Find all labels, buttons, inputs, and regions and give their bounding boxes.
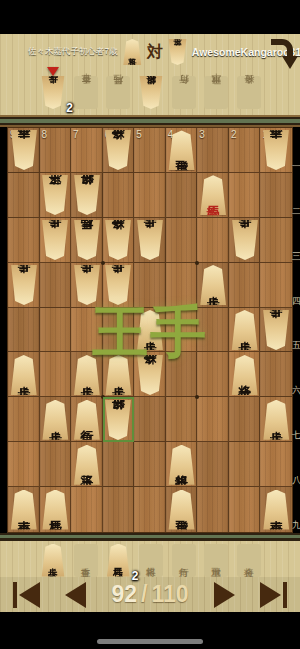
sente-hand-slot[interactable]: 歩兵 bbox=[40, 542, 66, 578]
exit-arrow-icon bbox=[266, 38, 298, 72]
gote-hand-slot[interactable]: 香車 bbox=[73, 74, 99, 110]
gote-hand-slot[interactable]: 飛車 bbox=[203, 74, 229, 110]
board-cell[interactable] bbox=[103, 487, 135, 532]
exit-button[interactable] bbox=[266, 38, 298, 72]
board-cell[interactable] bbox=[134, 442, 166, 487]
rank-label: 八 bbox=[292, 474, 300, 487]
board-cell[interactable] bbox=[166, 263, 198, 308]
board-cell[interactable] bbox=[166, 173, 198, 218]
board-cell[interactable] bbox=[229, 397, 261, 442]
hand-piece-held[interactable]: 歩兵 bbox=[41, 544, 65, 577]
move-counter-separator: / bbox=[141, 581, 147, 608]
board-cell[interactable] bbox=[166, 308, 198, 353]
first-move-button[interactable] bbox=[13, 582, 40, 608]
board-cell[interactable] bbox=[8, 397, 40, 442]
last-move-bar-icon bbox=[283, 582, 287, 608]
board-cell[interactable] bbox=[8, 218, 40, 263]
hand-piece-empty: 金将 bbox=[237, 544, 261, 577]
shogi-board: 987654321香車金将飛車香車王将銀将龍馬歩兵桂馬金将歩兵歩兵歩兵歩兵歩兵歩… bbox=[7, 127, 293, 533]
board-cell[interactable] bbox=[103, 442, 135, 487]
hoshi-dot bbox=[101, 261, 105, 265]
sente-hand-slot[interactable]: 香車 bbox=[73, 542, 99, 578]
app-screen: 佐々木嘉代子初心者7歳 玉将 対 王将 AwesomeKangaroo31 歩兵… bbox=[0, 0, 300, 649]
last-move-button[interactable] bbox=[260, 582, 287, 608]
board-cell[interactable] bbox=[229, 263, 261, 308]
prev-move-triangle-icon bbox=[65, 582, 86, 608]
bottom-frame-stripe bbox=[0, 533, 300, 541]
versus-label: 対 bbox=[147, 42, 163, 63]
board-cell[interactable] bbox=[166, 352, 198, 397]
board-cell[interactable] bbox=[71, 308, 103, 353]
board-cell[interactable] bbox=[166, 397, 198, 442]
board-cell[interactable] bbox=[8, 442, 40, 487]
board-cell[interactable] bbox=[8, 308, 40, 353]
board-cell[interactable] bbox=[134, 263, 166, 308]
player2-side-piece: 王将 bbox=[168, 39, 187, 65]
rank-label: 七 bbox=[292, 429, 300, 442]
board-cell[interactable] bbox=[197, 397, 229, 442]
file-label: 3 bbox=[199, 129, 205, 140]
hand-piece-empty: 角行 bbox=[172, 76, 196, 109]
hand-piece-empty: 角行 bbox=[172, 544, 196, 577]
board-cell[interactable] bbox=[197, 352, 229, 397]
player1-name: 佐々木嘉代子初心者7歳 bbox=[28, 46, 118, 58]
match-header: 佐々木嘉代子初心者7歳 玉将 対 王将 AwesomeKangaroo31 bbox=[0, 34, 300, 70]
rank-label: 三 bbox=[292, 250, 300, 263]
hand-piece-empty: 香車 bbox=[74, 544, 98, 577]
capture-count-badge: 2 bbox=[132, 569, 139, 583]
sente-hand-slot[interactable]: 金将 bbox=[236, 542, 262, 578]
board-cell[interactable] bbox=[197, 218, 229, 263]
board-cell[interactable] bbox=[8, 173, 40, 218]
gote-hand-slot[interactable]: 歩兵2 bbox=[40, 74, 66, 110]
board-cell[interactable] bbox=[103, 173, 135, 218]
sente-hand-slot[interactable]: 桂馬2 bbox=[105, 542, 131, 578]
board-cell[interactable] bbox=[40, 442, 72, 487]
board-cell[interactable] bbox=[260, 173, 292, 218]
sente-hand-slot[interactable]: 飛車 bbox=[203, 542, 229, 578]
file-label: 8 bbox=[42, 129, 48, 140]
file-label: 5 bbox=[136, 129, 142, 140]
hand-piece-empty: 金将 bbox=[237, 76, 261, 109]
rank-label: 五 bbox=[292, 339, 300, 352]
capture-count-badge: 2 bbox=[66, 101, 73, 115]
hand-piece-held[interactable]: 銀将 bbox=[139, 76, 163, 109]
board-cell[interactable] bbox=[197, 442, 229, 487]
file-label: 2 bbox=[231, 129, 237, 140]
board-cell[interactable] bbox=[103, 308, 135, 353]
hand-piece-empty: 香車 bbox=[74, 76, 98, 109]
next-move-button[interactable] bbox=[214, 582, 235, 608]
current-move: 92 bbox=[111, 581, 137, 608]
board-cell[interactable] bbox=[134, 397, 166, 442]
board-cell[interactable] bbox=[260, 442, 292, 487]
hand-piece-empty: 桂馬 bbox=[106, 76, 130, 109]
file-label: 7 bbox=[73, 129, 79, 140]
move-navbar: 92 / 110 bbox=[0, 577, 300, 612]
rank-label: 二 bbox=[292, 205, 300, 218]
board-cell[interactable] bbox=[229, 487, 261, 532]
hand-piece-held[interactable]: 桂馬 bbox=[106, 544, 130, 577]
rank-label: 一 bbox=[292, 160, 300, 173]
board-cell[interactable] bbox=[40, 263, 72, 308]
board-cell[interactable] bbox=[40, 352, 72, 397]
sente-hand: 歩兵香車桂馬2銀将角行飛車金将 bbox=[40, 542, 262, 578]
gote-hand-slot[interactable]: 桂馬 bbox=[105, 74, 131, 110]
board-cell[interactable] bbox=[260, 218, 292, 263]
prev-move-button[interactable] bbox=[65, 582, 86, 608]
top-frame-stripe bbox=[0, 115, 300, 127]
last-move-triangle-icon bbox=[260, 582, 281, 608]
board-cell[interactable] bbox=[166, 218, 198, 263]
hand-piece-empty: 銀将 bbox=[139, 544, 163, 577]
board-cell[interactable] bbox=[134, 487, 166, 532]
rank-label: 六 bbox=[292, 384, 300, 397]
move-counter: 92 / 110 bbox=[111, 581, 188, 608]
board-cell[interactable] bbox=[229, 442, 261, 487]
gote-hand-slot[interactable]: 銀将 bbox=[138, 74, 164, 110]
rank-label: 四 bbox=[292, 295, 300, 308]
board-cell[interactable] bbox=[71, 487, 103, 532]
hand-piece-empty: 飛車 bbox=[204, 544, 228, 577]
sente-hand-slot[interactable]: 銀将 bbox=[138, 542, 164, 578]
board-cell[interactable] bbox=[197, 487, 229, 532]
board-cell[interactable] bbox=[260, 352, 292, 397]
last-capture-marker-icon bbox=[47, 67, 59, 76]
board-cell[interactable] bbox=[260, 263, 292, 308]
sente-hand-slot[interactable]: 角行 bbox=[171, 542, 197, 578]
player1-side-piece: 玉将 bbox=[123, 39, 142, 65]
board-cell[interactable] bbox=[134, 173, 166, 218]
board-cell[interactable] bbox=[197, 308, 229, 353]
board-cell[interactable] bbox=[40, 308, 72, 353]
first-move-bar-icon bbox=[13, 582, 17, 608]
gote-hand-slot[interactable]: 金将 bbox=[236, 74, 262, 110]
next-move-triangle-icon bbox=[214, 582, 235, 608]
first-move-triangle-icon bbox=[19, 582, 40, 608]
total-moves: 110 bbox=[151, 581, 188, 608]
home-indicator[interactable] bbox=[97, 639, 203, 644]
board-cell[interactable] bbox=[229, 173, 261, 218]
gote-hand-slot[interactable]: 角行 bbox=[171, 74, 197, 110]
hand-piece-held[interactable]: 歩兵 bbox=[41, 76, 65, 109]
hand-piece-empty: 飛車 bbox=[204, 76, 228, 109]
rank-label: 九 bbox=[292, 519, 300, 532]
gote-hand: 歩兵2香車桂馬銀将角行飛車金将 bbox=[40, 74, 262, 110]
